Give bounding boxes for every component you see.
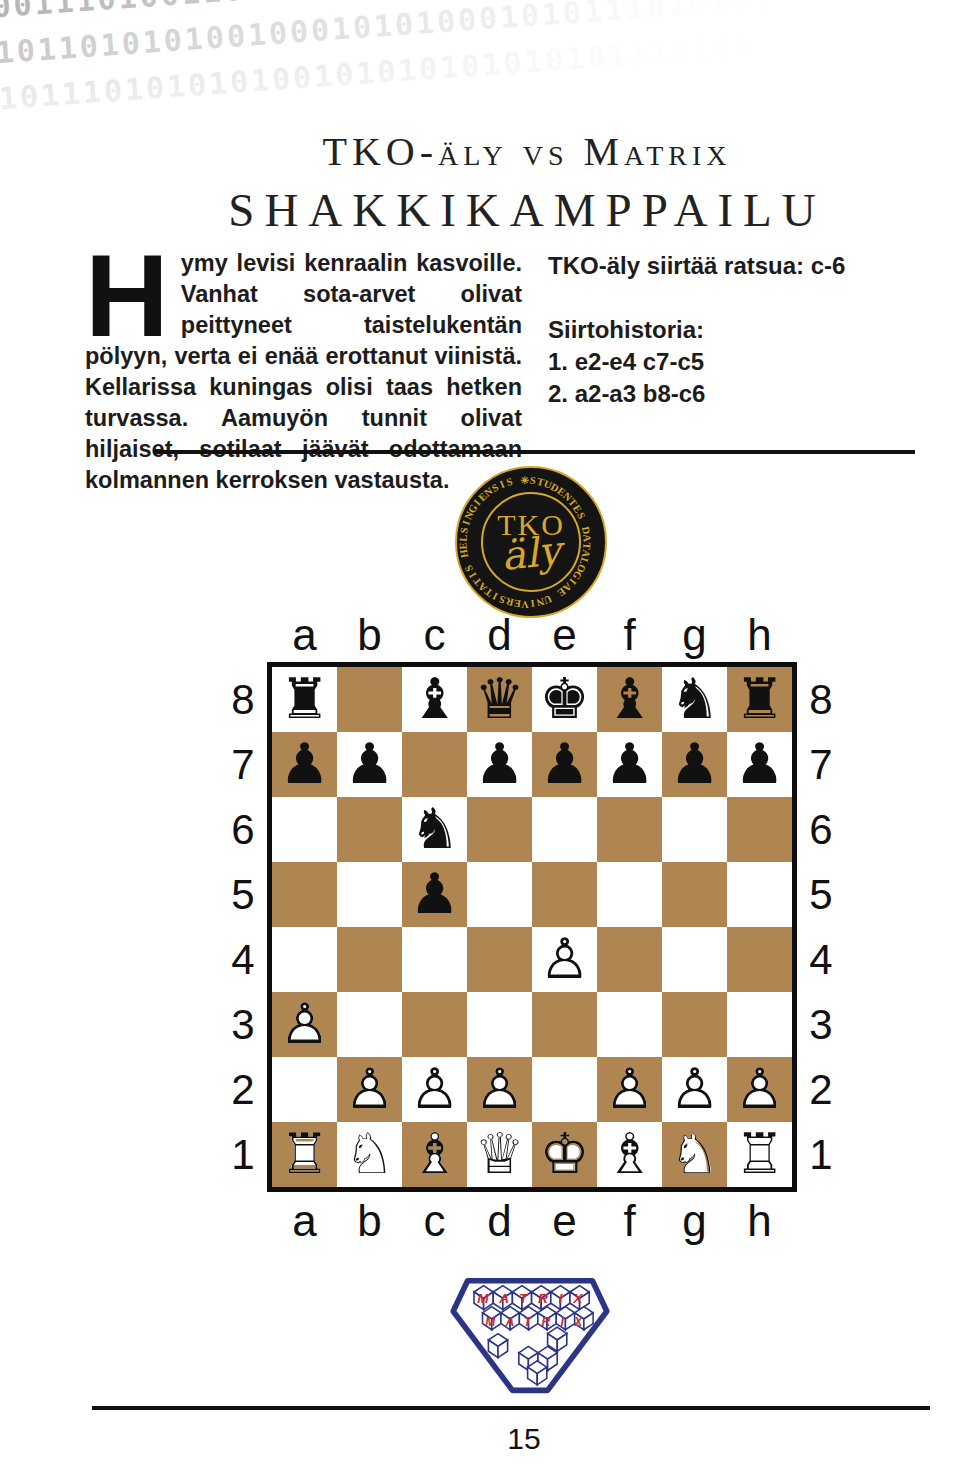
square-g3 (662, 992, 727, 1057)
square-d2: ♟♙ (467, 1057, 532, 1122)
rank-label-2: 2 (797, 1057, 845, 1122)
square-f7: ♟ (597, 732, 662, 797)
square-a5 (272, 862, 337, 927)
square-h7: ♟ (727, 732, 792, 797)
square-g5 (662, 862, 727, 927)
rank-label-3: 3 (219, 992, 267, 1057)
move-history: Siirtohistoria: 1. e2-e4 c7-c5 2. a2-a3 … (548, 314, 930, 410)
square-h8: ♜ (727, 667, 792, 732)
square-e2 (532, 1057, 597, 1122)
board-files-top: abcdefgh (267, 604, 797, 662)
square-c7 (402, 732, 467, 797)
square-g7: ♟ (662, 732, 727, 797)
white-knight-g1: ♞♘ (662, 1122, 727, 1187)
square-f5 (597, 862, 662, 927)
file-label-g: g (662, 1196, 727, 1246)
square-d5 (467, 862, 532, 927)
black-bishop-c8: ♝ (402, 667, 467, 732)
square-h2: ♟♙ (727, 1057, 792, 1122)
square-b6 (337, 797, 402, 862)
move-history-title: Siirtohistoria: (548, 314, 930, 346)
footer-rule (92, 1406, 930, 1410)
square-a8: ♜ (272, 667, 337, 732)
square-d1: ♛♕ (467, 1122, 532, 1187)
square-c6: ♞ (402, 797, 467, 862)
square-c8: ♝ (402, 667, 467, 732)
square-a2 (272, 1057, 337, 1122)
matrix-logo: MATRIX MATRIX (450, 1276, 610, 1396)
drop-cap: H (85, 252, 169, 340)
rank-label-6: 6 (219, 797, 267, 862)
square-d4 (467, 927, 532, 992)
white-pawn-a3: ♟♙ (272, 992, 337, 1057)
square-c4 (402, 927, 467, 992)
file-label-c: c (402, 610, 467, 660)
chess-board: ♜♝♛♚♝♞♜♟♟♟♟♟♟♟♞♟♟♙♟♙♟♙♟♙♟♙♟♙♟♙♟♙♜♖♞♘♝♗♛♕… (267, 662, 797, 1192)
move-history-line: 1. e2-e4 c7-c5 (548, 346, 930, 378)
square-f8: ♝ (597, 667, 662, 732)
white-rook-h1: ♜♖ (727, 1122, 792, 1187)
white-knight-b1: ♞♘ (337, 1122, 402, 1187)
black-rook-h8: ♜ (727, 667, 792, 732)
square-d3 (467, 992, 532, 1057)
file-label-h: h (727, 1196, 792, 1246)
black-bishop-f8: ♝ (597, 667, 662, 732)
article-paragraph: Hymy levisi kenraalin kasvoille. Vanhat … (85, 248, 522, 496)
file-label-a: a (272, 610, 337, 660)
square-a6 (272, 797, 337, 862)
white-bishop-f1: ♝♗ (597, 1122, 662, 1187)
black-pawn-b7: ♟ (337, 732, 402, 797)
match-title: TKO-äly vs Matrix (94, 128, 960, 175)
article-columns: Hymy levisi kenraalin kasvoille. Vanhat … (85, 248, 930, 496)
rank-label-2: 2 (219, 1057, 267, 1122)
file-label-e: e (532, 610, 597, 660)
matrix-label-2: MATRIX (485, 1315, 593, 1329)
rank-label-4: 4 (219, 927, 267, 992)
square-b7: ♟ (337, 732, 402, 797)
white-bishop-c1: ♝♗ (402, 1122, 467, 1187)
black-pawn-h7: ♟ (727, 732, 792, 797)
black-knight-g8: ♞ (662, 667, 727, 732)
square-g1: ♞♘ (662, 1122, 727, 1187)
square-b5 (337, 862, 402, 927)
white-pawn-g2: ♟♙ (662, 1057, 727, 1122)
file-label-b: b (337, 1196, 402, 1246)
black-queen-d8: ♛ (467, 667, 532, 732)
rank-label-6: 6 (797, 797, 845, 862)
square-f3 (597, 992, 662, 1057)
board-ranks-right: 87654321 (797, 662, 845, 1192)
square-b3 (337, 992, 402, 1057)
square-e5 (532, 862, 597, 927)
square-h5 (727, 862, 792, 927)
square-a1: ♜♖ (272, 1122, 337, 1187)
white-rook-a1: ♜♖ (272, 1122, 337, 1187)
rank-label-8: 8 (797, 667, 845, 732)
square-h6 (727, 797, 792, 862)
board-ranks-left: 87654321 (219, 662, 267, 1192)
square-h3 (727, 992, 792, 1057)
white-pawn-e4: ♟♙ (532, 927, 597, 992)
rank-label-7: 7 (797, 732, 845, 797)
black-pawn-c5: ♟ (402, 862, 467, 927)
square-b2: ♟♙ (337, 1057, 402, 1122)
square-g2: ♟♙ (662, 1057, 727, 1122)
move-panel: TKO-äly siirtää ratsua: c-6 Siirtohistor… (548, 248, 930, 496)
file-label-g: g (662, 610, 727, 660)
square-a4 (272, 927, 337, 992)
square-b8 (337, 667, 402, 732)
square-c1: ♝♗ (402, 1122, 467, 1187)
square-c3 (402, 992, 467, 1057)
white-pawn-b2: ♟♙ (337, 1057, 402, 1122)
white-pawn-d2: ♟♙ (467, 1057, 532, 1122)
black-pawn-a7: ♟ (272, 732, 337, 797)
square-b4 (337, 927, 402, 992)
square-g6 (662, 797, 727, 862)
square-d8: ♛ (467, 667, 532, 732)
page-number: 15 (0, 1422, 960, 1456)
square-e6 (532, 797, 597, 862)
rank-label-3: 3 (797, 992, 845, 1057)
file-label-c: c (402, 1196, 467, 1246)
file-label-f: f (597, 1196, 662, 1246)
rank-label-7: 7 (219, 732, 267, 797)
square-c2: ♟♙ (402, 1057, 467, 1122)
file-label-h: h (727, 610, 792, 660)
white-king-e1: ♚♔ (532, 1122, 597, 1187)
white-pawn-f2: ♟♙ (597, 1057, 662, 1122)
black-pawn-d7: ♟ (467, 732, 532, 797)
rank-label-1: 1 (219, 1122, 267, 1187)
black-pawn-e7: ♟ (532, 732, 597, 797)
white-queen-d1: ♛♕ (467, 1122, 532, 1187)
move-history-line: 2. a2-a3 b8-c6 (548, 378, 930, 410)
square-f2: ♟♙ (597, 1057, 662, 1122)
rank-label-8: 8 (219, 667, 267, 732)
square-d7: ♟ (467, 732, 532, 797)
black-pawn-f7: ♟ (597, 732, 662, 797)
square-a7: ♟ (272, 732, 337, 797)
black-knight-c6: ♞ (402, 797, 467, 862)
file-label-a: a (272, 1196, 337, 1246)
page-title: SHAKKIKAMPPAILU (94, 183, 960, 237)
article-column: Hymy levisi kenraalin kasvoille. Vanhat … (85, 248, 522, 496)
file-label-d: d (467, 610, 532, 660)
title-block: TKO-äly vs Matrix SHAKKIKAMPPAILU (0, 128, 960, 237)
magazine-page: 10011101001100011100001011101001100011 0… (0, 0, 960, 1464)
file-label-b: b (337, 610, 402, 660)
file-label-d: d (467, 1196, 532, 1246)
black-pawn-g7: ♟ (662, 732, 727, 797)
square-f6 (597, 797, 662, 862)
square-e7: ♟ (532, 732, 597, 797)
square-b1: ♞♘ (337, 1122, 402, 1187)
rank-label-5: 5 (797, 862, 845, 927)
square-e3 (532, 992, 597, 1057)
square-g4 (662, 927, 727, 992)
white-pawn-c2: ♟♙ (402, 1057, 467, 1122)
square-e8: ♚ (532, 667, 597, 732)
square-a3: ♟♙ (272, 992, 337, 1057)
square-h1: ♜♖ (727, 1122, 792, 1187)
tko-aly-logo: ✳STUDENTES DATALOGIAE UNIVERSITATIS HELS… (455, 466, 607, 618)
board-files-bottom: abcdefgh (267, 1192, 797, 1250)
square-h4 (727, 927, 792, 992)
square-d6 (467, 797, 532, 862)
move-announcement: TKO-äly siirtää ratsua: c-6 (548, 252, 930, 280)
section-divider (153, 450, 915, 454)
matrix-label-1: MATRIX (477, 1291, 593, 1306)
rank-label-5: 5 (219, 862, 267, 927)
black-rook-a8: ♜ (272, 667, 337, 732)
square-c5: ♟ (402, 862, 467, 927)
chess-board-block: abcdefgh 87654321 ♜♝♛♚♝♞♜♟♟♟♟♟♟♟♞♟♟♙♟♙♟♙… (219, 604, 845, 1250)
square-f4 (597, 927, 662, 992)
black-king-e8: ♚ (532, 667, 597, 732)
file-label-e: e (532, 1196, 597, 1246)
rank-label-4: 4 (797, 927, 845, 992)
square-g8: ♞ (662, 667, 727, 732)
white-pawn-h2: ♟♙ (727, 1057, 792, 1122)
square-f1: ♝♗ (597, 1122, 662, 1187)
file-label-f: f (597, 610, 662, 660)
rank-label-1: 1 (797, 1122, 845, 1187)
square-e4: ♟♙ (532, 927, 597, 992)
square-e1: ♚♔ (532, 1122, 597, 1187)
